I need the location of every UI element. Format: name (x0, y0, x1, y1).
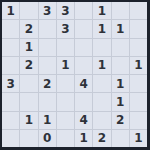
cell-r3c1[interactable] (2, 39, 19, 56)
cell-r8c6-clue[interactable]: 2 (93, 130, 110, 147)
cell-r2c6-clue[interactable]: 1 (93, 20, 110, 37)
cell-r1c8[interactable] (130, 2, 147, 19)
cell-r3c2-clue[interactable]: 1 (20, 39, 37, 56)
cell-r5c5-clue[interactable]: 4 (75, 75, 92, 92)
cell-r5c3-clue[interactable]: 2 (39, 75, 56, 92)
cell-r1c6-clue[interactable]: 1 (93, 2, 110, 19)
cell-r6c7-clue[interactable]: 1 (112, 93, 129, 110)
cell-r4c5[interactable] (75, 57, 92, 74)
cell-r1c5[interactable] (75, 2, 92, 19)
cell-r1c2[interactable] (20, 2, 37, 19)
cell-r8c3-clue[interactable]: 0 (39, 130, 56, 147)
cell-r7c1[interactable] (2, 112, 19, 129)
cell-r3c6[interactable] (93, 39, 110, 56)
cell-r6c5[interactable] (75, 93, 92, 110)
cell-r8c8-clue[interactable]: 1 (130, 130, 147, 147)
cell-r8c4[interactable] (57, 130, 74, 147)
cell-r5c8[interactable] (130, 75, 147, 92)
cell-r2c5[interactable] (75, 20, 92, 37)
cell-r1c3-clue[interactable]: 3 (39, 2, 56, 19)
cell-r7c7-clue[interactable]: 2 (112, 112, 129, 129)
cell-r7c8[interactable] (130, 112, 147, 129)
cell-r5c4[interactable] (57, 75, 74, 92)
cell-r6c1[interactable] (2, 93, 19, 110)
cell-r5c6[interactable] (93, 75, 110, 92)
cell-r6c4[interactable] (57, 93, 74, 110)
cell-r4c6-clue[interactable]: 1 (93, 57, 110, 74)
cell-r7c4[interactable] (57, 112, 74, 129)
cell-r2c2-clue[interactable]: 2 (20, 20, 37, 37)
cell-r8c7[interactable] (112, 130, 129, 147)
cell-r7c5-clue[interactable]: 4 (75, 112, 92, 129)
cell-r6c6[interactable] (93, 93, 110, 110)
cell-r7c6[interactable] (93, 112, 110, 129)
cell-r8c1[interactable] (2, 130, 19, 147)
cell-r5c1-clue[interactable]: 3 (2, 75, 19, 92)
cell-r1c4-clue[interactable]: 3 (57, 2, 74, 19)
cell-r4c7[interactable] (112, 57, 129, 74)
cell-r7c3-clue[interactable]: 1 (39, 112, 56, 129)
cell-r3c4[interactable] (57, 39, 74, 56)
cell-r3c5[interactable] (75, 39, 92, 56)
cell-r4c1[interactable] (2, 57, 19, 74)
cell-r2c7-clue[interactable]: 1 (112, 20, 129, 37)
cell-r2c4-clue[interactable]: 3 (57, 20, 74, 37)
cell-r8c5-clue[interactable]: 1 (75, 130, 92, 147)
cell-r3c8[interactable] (130, 39, 147, 56)
cell-r3c3[interactable] (39, 39, 56, 56)
cell-r4c3[interactable] (39, 57, 56, 74)
cell-r3c7[interactable] (112, 39, 129, 56)
cell-r6c3[interactable] (39, 93, 56, 110)
cell-r7c2-clue[interactable]: 1 (20, 112, 37, 129)
cell-r1c1-clue[interactable]: 1 (2, 2, 19, 19)
cell-r1c7[interactable] (112, 2, 129, 19)
cell-r8c2[interactable] (20, 130, 37, 147)
cell-r4c8-clue[interactable]: 1 (130, 57, 147, 74)
cell-r6c8[interactable] (130, 93, 147, 110)
cell-r2c3[interactable] (39, 20, 56, 37)
mosaic-board: 13312311121113241111420121 (0, 0, 150, 150)
cell-r4c2-clue[interactable]: 2 (20, 57, 37, 74)
cell-r5c7-clue[interactable]: 1 (112, 75, 129, 92)
cell-r2c1[interactable] (2, 20, 19, 37)
cell-r4c4-clue[interactable]: 1 (57, 57, 74, 74)
cell-r6c2[interactable] (20, 93, 37, 110)
cell-r2c8[interactable] (130, 20, 147, 37)
cell-r5c2[interactable] (20, 75, 37, 92)
